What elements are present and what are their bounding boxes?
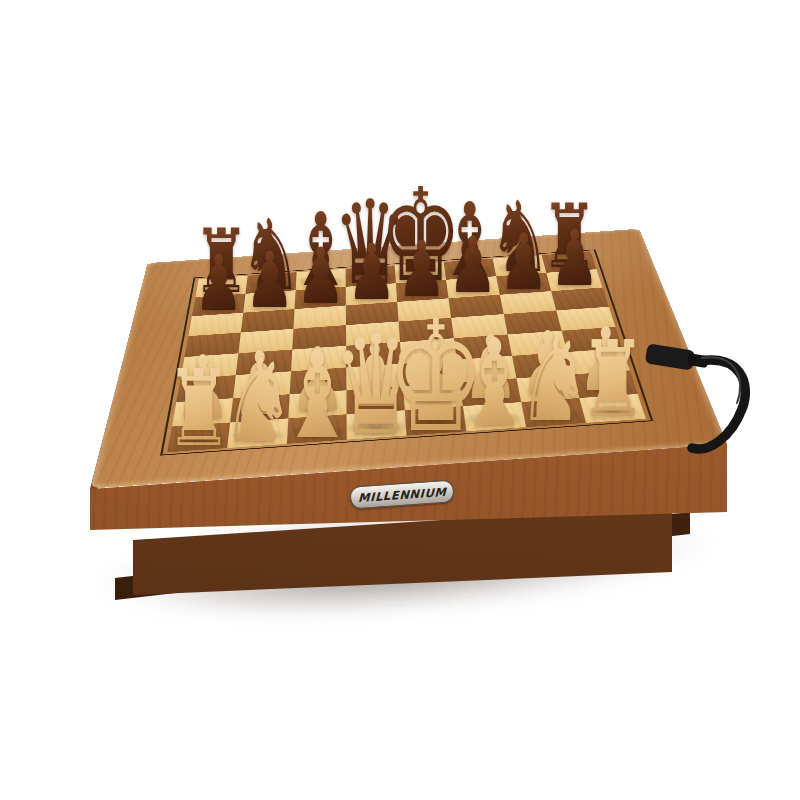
piece-white-queen: ♛ — [326, 317, 426, 455]
piece-white-knight: ♞ — [216, 343, 300, 459]
piece-base-shadow — [445, 264, 496, 277]
piece-white-pawn: ♟ — [229, 341, 292, 429]
piece-base-shadow — [454, 284, 493, 294]
piece-white-knight: ♞ — [512, 322, 596, 438]
piece-white-pawn: ♟ — [171, 345, 234, 433]
piece-base-shadow — [584, 381, 628, 392]
piece-black-pawn: ♟ — [191, 245, 247, 322]
piece-base-shadow — [181, 409, 225, 420]
product-photo-scene: MILLENNIUM ♜♞♝♛♚♝♞♜♟♟♟♟♟♟♟♟♟♟♟♟♟♟♟♟♜♞♝♛♚… — [0, 0, 800, 800]
piece-base-shadow — [411, 393, 455, 404]
piece-base-shadow — [287, 424, 347, 440]
piece-white-pawn: ♟ — [459, 325, 522, 413]
piece-black-pawn: ♟ — [547, 220, 603, 297]
piece-white-pawn: ♟ — [286, 337, 349, 425]
piece-base-shadow — [397, 413, 474, 433]
piece-black-king: ♚ — [374, 171, 467, 300]
piece-white-pawn: ♟ — [517, 321, 580, 409]
piece-base-shadow — [526, 385, 570, 396]
piece-white-bishop: ♝ — [274, 335, 361, 456]
piece-white-bishop: ♝ — [451, 323, 538, 444]
piece-base-shadow — [247, 279, 296, 292]
piece-black-pawn: ♟ — [242, 242, 298, 319]
piece-black-pawn: ♟ — [445, 227, 501, 304]
piece-white-king: ♚ — [380, 300, 491, 454]
piece-black-rook: ♜ — [190, 218, 254, 307]
piece-black-pawn: ♟ — [394, 231, 450, 308]
piece-white-rook: ♜ — [575, 327, 651, 432]
piece-base-shadow — [525, 408, 583, 423]
piece-black-knight: ♞ — [236, 207, 306, 305]
piece-white-rook: ♜ — [161, 356, 237, 461]
piece-white-pawn: ♟ — [344, 333, 407, 421]
piece-base-shadow — [388, 266, 453, 283]
piece-base-shadow — [495, 261, 544, 274]
piece-white-pawn: ♟ — [401, 329, 464, 417]
piece-black-pawn: ♟ — [496, 224, 552, 301]
pieces-layer: ♜♞♝♛♚♝♞♜♟♟♟♟♟♟♟♟♟♟♟♟♟♟♟♟♜♞♝♛♚♝♞♜ — [0, 0, 800, 800]
piece-black-pawn: ♟ — [293, 238, 349, 315]
piece-base-shadow — [199, 302, 238, 312]
piece-base-shadow — [504, 281, 543, 291]
piece-base-shadow — [229, 428, 287, 443]
piece-black-bishop: ♝ — [433, 190, 506, 291]
piece-base-shadow — [250, 298, 289, 308]
piece-base-shadow — [555, 277, 594, 287]
piece-base-shadow — [342, 419, 411, 437]
piece-base-shadow — [199, 283, 243, 295]
piece-base-shadow — [403, 288, 442, 298]
piece-black-pawn: ♟ — [343, 234, 399, 311]
piece-white-pawn: ♟ — [574, 317, 637, 405]
piece-black-knight: ♞ — [484, 189, 554, 287]
piece-base-shadow — [353, 397, 397, 408]
piece-base-shadow — [469, 389, 513, 400]
piece-base-shadow — [296, 401, 340, 412]
piece-base-shadow — [587, 404, 640, 418]
piece-black-bishop: ♝ — [284, 200, 357, 301]
piece-base-shadow — [464, 411, 524, 427]
piece-base-shadow — [238, 405, 282, 416]
piece-base-shadow — [342, 270, 400, 285]
piece-base-shadow — [301, 295, 340, 305]
piece-base-shadow — [547, 258, 591, 270]
piece-base-shadow — [172, 433, 225, 447]
piece-black-rook: ♜ — [537, 193, 601, 282]
piece-black-queen: ♛ — [329, 185, 413, 301]
piece-base-shadow — [296, 275, 347, 288]
piece-base-shadow — [352, 291, 391, 301]
